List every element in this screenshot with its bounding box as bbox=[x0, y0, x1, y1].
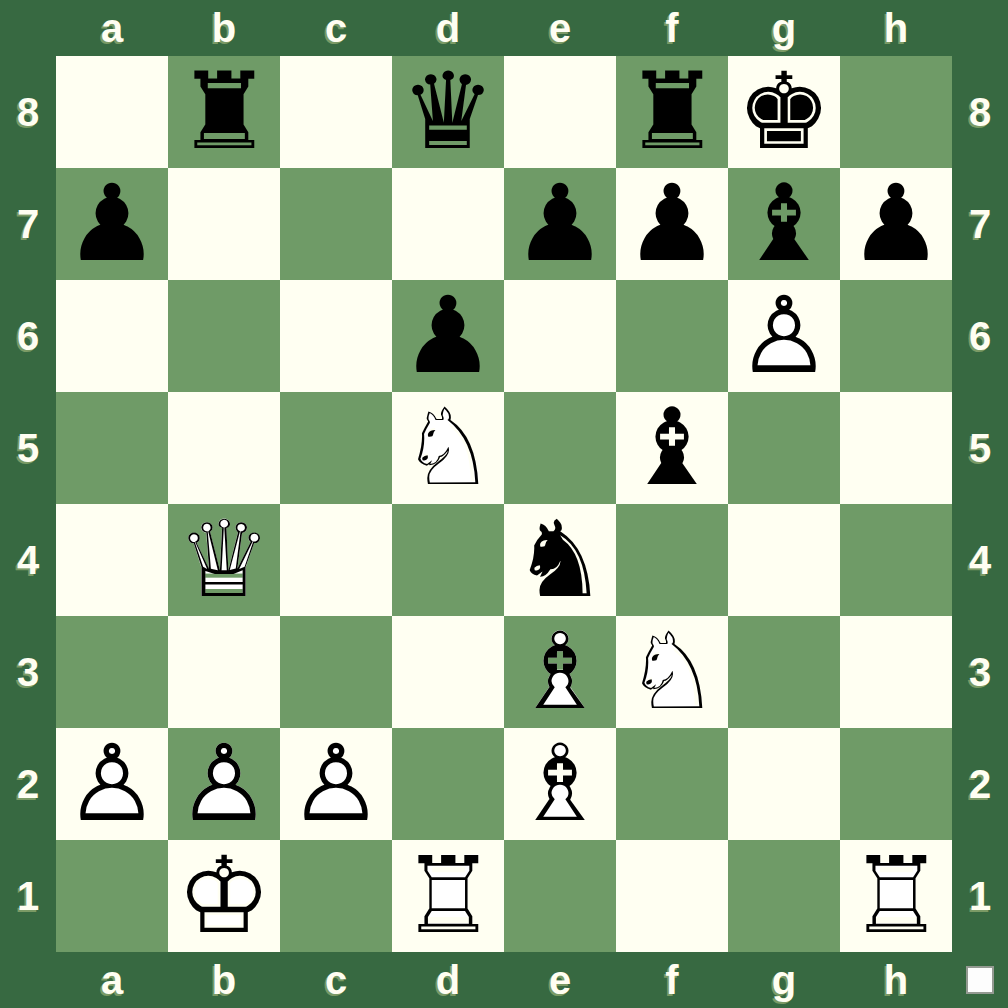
piece-black-pawn[interactable]: ♟ bbox=[840, 168, 952, 280]
square-f6[interactable] bbox=[616, 280, 728, 392]
white-king-icon: ♔ bbox=[168, 840, 280, 952]
rank-label-left-8: 8 bbox=[0, 56, 56, 168]
file-label-bottom-d-text: d bbox=[436, 960, 460, 1000]
piece-black-pawn[interactable]: ♟ bbox=[56, 168, 168, 280]
piece-black-bishop[interactable]: ♝ bbox=[616, 392, 728, 504]
piece-black-bishop[interactable]: ♝ bbox=[728, 168, 840, 280]
piece-black-rook[interactable]: ♜ bbox=[168, 56, 280, 168]
rank-label-right-7: 7 bbox=[952, 168, 1008, 280]
square-c6[interactable] bbox=[280, 280, 392, 392]
rank-label-left-5-text: 5 bbox=[17, 428, 39, 468]
file-label-top-h: h bbox=[840, 0, 952, 56]
square-f3[interactable]: ♞♘ bbox=[616, 616, 728, 728]
square-e7[interactable]: ♟ bbox=[504, 168, 616, 280]
square-b5[interactable] bbox=[168, 392, 280, 504]
file-label-bottom-a-text: a bbox=[101, 960, 123, 1000]
black-bishop-icon: ♝ bbox=[616, 392, 728, 504]
square-b2[interactable]: ♟♙ bbox=[168, 728, 280, 840]
square-b4[interactable]: ♛♕ bbox=[168, 504, 280, 616]
file-label-top-f-text: f bbox=[665, 8, 678, 48]
white-pawn-icon: ♙ bbox=[168, 728, 280, 840]
white-pawn-icon: ♙ bbox=[280, 728, 392, 840]
piece-white-rook[interactable]: ♜♖ bbox=[392, 840, 504, 952]
piece-black-rook[interactable]: ♜ bbox=[616, 56, 728, 168]
rank-label-right-8: 8 bbox=[952, 56, 1008, 168]
square-h7[interactable]: ♟ bbox=[840, 168, 952, 280]
rank-label-right-8-text: 8 bbox=[969, 92, 991, 132]
file-label-top-a: a bbox=[56, 0, 168, 56]
piece-white-queen[interactable]: ♛♕ bbox=[168, 504, 280, 616]
file-label-bottom-g: g bbox=[728, 952, 840, 1008]
square-a5[interactable] bbox=[56, 392, 168, 504]
square-a6[interactable] bbox=[56, 280, 168, 392]
square-d8[interactable]: ♛ bbox=[392, 56, 504, 168]
square-f7[interactable]: ♟ bbox=[616, 168, 728, 280]
rank-label-left-1-text: 1 bbox=[17, 876, 39, 916]
rank-label-left-8-text: 8 bbox=[17, 92, 39, 132]
rank-label-right-4-text: 4 bbox=[969, 540, 991, 580]
square-g1[interactable] bbox=[728, 840, 840, 952]
square-d4[interactable] bbox=[392, 504, 504, 616]
file-label-bottom-f: f bbox=[616, 952, 728, 1008]
rank-label-left-3: 3 bbox=[0, 616, 56, 728]
square-d7[interactable] bbox=[392, 168, 504, 280]
rank-label-right-1: 1 bbox=[952, 840, 1008, 952]
square-d3[interactable] bbox=[392, 616, 504, 728]
square-g5[interactable] bbox=[728, 392, 840, 504]
square-g8[interactable]: ♚ bbox=[728, 56, 840, 168]
black-pawn-icon: ♟ bbox=[56, 168, 168, 280]
white-queen-icon: ♕ bbox=[168, 504, 280, 616]
square-a3[interactable] bbox=[56, 616, 168, 728]
file-label-bottom-b-text: b bbox=[212, 960, 236, 1000]
piece-black-pawn[interactable]: ♟ bbox=[504, 168, 616, 280]
white-bishop-icon: ♗ bbox=[504, 616, 616, 728]
square-e6[interactable] bbox=[504, 280, 616, 392]
rank-label-right-3: 3 bbox=[952, 616, 1008, 728]
rank-label-left-7-text: 7 bbox=[17, 204, 39, 244]
white-knight-icon: ♘ bbox=[616, 616, 728, 728]
file-label-top-e: e bbox=[504, 0, 616, 56]
piece-white-pawn[interactable]: ♟♙ bbox=[56, 728, 168, 840]
square-d5[interactable]: ♞♘ bbox=[392, 392, 504, 504]
square-h3[interactable] bbox=[840, 616, 952, 728]
rank-label-right-6-text: 6 bbox=[969, 316, 991, 356]
square-g6[interactable]: ♟♙ bbox=[728, 280, 840, 392]
black-rook-icon: ♜ bbox=[168, 56, 280, 168]
corner-top-right bbox=[952, 0, 1008, 56]
square-c4[interactable] bbox=[280, 504, 392, 616]
file-label-top-f: f bbox=[616, 0, 728, 56]
rank-label-right-3-text: 3 bbox=[969, 652, 991, 692]
square-d6[interactable]: ♟ bbox=[392, 280, 504, 392]
square-e2[interactable]: ♝♗ bbox=[504, 728, 616, 840]
square-h1[interactable]: ♜♖ bbox=[840, 840, 952, 952]
white-rook-icon: ♖ bbox=[840, 840, 952, 952]
file-label-top-b: b bbox=[168, 0, 280, 56]
white-pawn-icon: ♙ bbox=[56, 728, 168, 840]
square-e5[interactable] bbox=[504, 392, 616, 504]
rank-label-right-4: 4 bbox=[952, 504, 1008, 616]
rank-label-right-2-text: 2 bbox=[969, 764, 991, 804]
square-c2[interactable]: ♟♙ bbox=[280, 728, 392, 840]
rank-label-left-1: 1 bbox=[0, 840, 56, 952]
square-a7[interactable]: ♟ bbox=[56, 168, 168, 280]
square-e4[interactable]: ♞ bbox=[504, 504, 616, 616]
square-a1[interactable] bbox=[56, 840, 168, 952]
file-label-top-g-text: g bbox=[772, 8, 796, 48]
file-label-top-b-text: b bbox=[212, 8, 236, 48]
square-c1[interactable] bbox=[280, 840, 392, 952]
square-h6[interactable] bbox=[840, 280, 952, 392]
corner-bottom-right bbox=[952, 952, 1008, 1008]
file-label-top-h-text: h bbox=[884, 8, 908, 48]
rank-label-right-6: 6 bbox=[952, 280, 1008, 392]
file-label-bottom-f-text: f bbox=[665, 960, 678, 1000]
rank-label-left-2: 2 bbox=[0, 728, 56, 840]
rank-label-left-6: 6 bbox=[0, 280, 56, 392]
file-label-bottom-b: b bbox=[168, 952, 280, 1008]
white-pawn-icon: ♙ bbox=[728, 280, 840, 392]
piece-white-pawn[interactable]: ♟♙ bbox=[728, 280, 840, 392]
file-label-bottom-h: h bbox=[840, 952, 952, 1008]
black-pawn-icon: ♟ bbox=[840, 168, 952, 280]
piece-black-pawn[interactable]: ♟ bbox=[616, 168, 728, 280]
file-label-top-a-text: a bbox=[101, 8, 123, 48]
piece-white-rook[interactable]: ♜♖ bbox=[840, 840, 952, 952]
file-label-bottom-c-text: c bbox=[325, 960, 347, 1000]
square-g2[interactable] bbox=[728, 728, 840, 840]
piece-white-pawn[interactable]: ♟♙ bbox=[280, 728, 392, 840]
file-label-bottom-c: c bbox=[280, 952, 392, 1008]
square-e3[interactable]: ♝♗ bbox=[504, 616, 616, 728]
square-a8[interactable] bbox=[56, 56, 168, 168]
square-b7[interactable] bbox=[168, 168, 280, 280]
square-c5[interactable] bbox=[280, 392, 392, 504]
black-pawn-icon: ♟ bbox=[616, 168, 728, 280]
square-e8[interactable] bbox=[504, 56, 616, 168]
square-h2[interactable] bbox=[840, 728, 952, 840]
white-square-icon bbox=[966, 966, 994, 994]
square-b1[interactable]: ♚♔ bbox=[168, 840, 280, 952]
rank-label-right-2: 2 bbox=[952, 728, 1008, 840]
piece-black-pawn[interactable]: ♟ bbox=[392, 280, 504, 392]
square-g3[interactable] bbox=[728, 616, 840, 728]
rank-label-right-7-text: 7 bbox=[969, 204, 991, 244]
rank-label-right-5: 5 bbox=[952, 392, 1008, 504]
white-bishop-icon: ♗ bbox=[504, 728, 616, 840]
file-label-top-c: c bbox=[280, 0, 392, 56]
piece-white-knight[interactable]: ♞♘ bbox=[616, 616, 728, 728]
square-f1[interactable] bbox=[616, 840, 728, 952]
square-h4[interactable] bbox=[840, 504, 952, 616]
file-label-top-g: g bbox=[728, 0, 840, 56]
rank-label-right-5-text: 5 bbox=[969, 428, 991, 468]
piece-white-king[interactable]: ♚♔ bbox=[168, 840, 280, 952]
file-label-bottom-e-text: e bbox=[549, 960, 571, 1000]
file-label-top-d: d bbox=[392, 0, 504, 56]
square-f5[interactable]: ♝ bbox=[616, 392, 728, 504]
square-e1[interactable] bbox=[504, 840, 616, 952]
piece-black-knight[interactable]: ♞ bbox=[504, 504, 616, 616]
piece-black-king[interactable]: ♚ bbox=[728, 56, 840, 168]
piece-black-queen[interactable]: ♛ bbox=[392, 56, 504, 168]
square-a4[interactable] bbox=[56, 504, 168, 616]
square-c8[interactable] bbox=[280, 56, 392, 168]
square-f8[interactable]: ♜ bbox=[616, 56, 728, 168]
piece-white-bishop[interactable]: ♝♗ bbox=[504, 728, 616, 840]
black-pawn-icon: ♟ bbox=[392, 280, 504, 392]
square-b3[interactable] bbox=[168, 616, 280, 728]
square-h5[interactable] bbox=[840, 392, 952, 504]
chess-board: abcdefgh8♜♛♜♚87♟♟♟♝♟76♟♟♙65♞♘♝54♛♕♞43♝♗♞… bbox=[0, 0, 1008, 1008]
square-g7[interactable]: ♝ bbox=[728, 168, 840, 280]
corner-bottom-left bbox=[0, 952, 56, 1008]
rank-label-left-4: 4 bbox=[0, 504, 56, 616]
piece-white-knight[interactable]: ♞♘ bbox=[392, 392, 504, 504]
rank-label-left-4-text: 4 bbox=[17, 540, 39, 580]
black-pawn-icon: ♟ bbox=[504, 168, 616, 280]
file-label-bottom-h-text: h bbox=[884, 960, 908, 1000]
square-a2[interactable]: ♟♙ bbox=[56, 728, 168, 840]
white-rook-icon: ♖ bbox=[392, 840, 504, 952]
black-king-icon: ♚ bbox=[728, 56, 840, 168]
file-label-top-d-text: d bbox=[436, 8, 460, 48]
rank-label-left-2-text: 2 bbox=[17, 764, 39, 804]
square-f4[interactable] bbox=[616, 504, 728, 616]
file-label-top-e-text: e bbox=[549, 8, 571, 48]
square-d1[interactable]: ♜♖ bbox=[392, 840, 504, 952]
rank-label-left-3-text: 3 bbox=[17, 652, 39, 692]
square-b6[interactable] bbox=[168, 280, 280, 392]
file-label-bottom-e: e bbox=[504, 952, 616, 1008]
black-rook-icon: ♜ bbox=[616, 56, 728, 168]
square-g4[interactable] bbox=[728, 504, 840, 616]
black-knight-icon: ♞ bbox=[504, 504, 616, 616]
file-label-bottom-d: d bbox=[392, 952, 504, 1008]
rank-label-left-5: 5 bbox=[0, 392, 56, 504]
piece-white-bishop[interactable]: ♝♗ bbox=[504, 616, 616, 728]
black-bishop-icon: ♝ bbox=[728, 168, 840, 280]
white-knight-icon: ♘ bbox=[392, 392, 504, 504]
file-label-bottom-a: a bbox=[56, 952, 168, 1008]
rank-label-left-7: 7 bbox=[0, 168, 56, 280]
piece-white-pawn[interactable]: ♟♙ bbox=[168, 728, 280, 840]
black-queen-icon: ♛ bbox=[392, 56, 504, 168]
file-label-top-c-text: c bbox=[325, 8, 347, 48]
file-label-bottom-g-text: g bbox=[772, 960, 796, 1000]
square-c7[interactable] bbox=[280, 168, 392, 280]
square-h8[interactable] bbox=[840, 56, 952, 168]
corner-top-left bbox=[0, 0, 56, 56]
square-b8[interactable]: ♜ bbox=[168, 56, 280, 168]
square-d2[interactable] bbox=[392, 728, 504, 840]
rank-label-left-6-text: 6 bbox=[17, 316, 39, 356]
rank-label-right-1-text: 1 bbox=[969, 876, 991, 916]
square-f2[interactable] bbox=[616, 728, 728, 840]
square-c3[interactable] bbox=[280, 616, 392, 728]
